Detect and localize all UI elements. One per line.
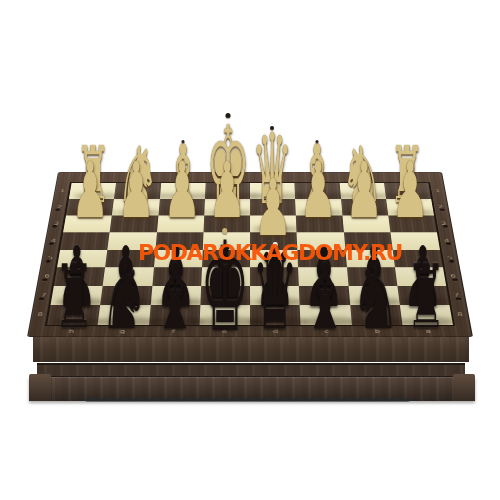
hinge-hole: [443, 225, 448, 227]
plinth-end-cap-right: [453, 374, 475, 401]
piece-glyph: ♜: [406, 254, 445, 342]
hinge-hole: [55, 209, 60, 211]
piece-glyph: ♟: [117, 153, 155, 230]
piece-glyph: ♟: [163, 153, 201, 230]
king-finial: [225, 113, 230, 118]
hinge-hole: [446, 243, 451, 245]
piece-glyph: ♝: [153, 252, 196, 343]
case-middle-slab: [37, 363, 465, 378]
hinge-hole: [39, 298, 44, 301]
piece-glyph: ♟: [71, 153, 109, 230]
plinth-end-cap-left: [29, 374, 51, 401]
hinge-hole: [449, 260, 454, 263]
piece-glyph: ♞: [100, 256, 149, 342]
bishop-finial: [316, 140, 319, 143]
case-bottom-shadow: [85, 398, 410, 402]
piece-glyph: ♟: [345, 153, 383, 230]
piece-glyph: ♟: [391, 153, 429, 230]
queen-finial: [270, 126, 274, 130]
rank-label-right-8: 8: [454, 312, 467, 317]
piece-glyph: ♞: [351, 256, 400, 342]
hinge-hole: [440, 209, 445, 211]
hinge-hole: [42, 279, 47, 282]
piece-glyph: ♜: [54, 254, 93, 342]
piece-glyph: ♟: [300, 153, 338, 230]
bishop-finial: [181, 140, 184, 143]
chess-set-photo: 1122334455667788hgfedcba ♜♞♝♚♛♝♞♜♟♟♟♟♟♟♟…: [0, 0, 500, 500]
hinge-hole: [453, 279, 458, 282]
rank-label-left-8: 8: [34, 312, 47, 317]
rank-label-left-1: 1: [57, 189, 68, 193]
watermark-text: PODAROKKAGDOMY.RU: [138, 240, 402, 265]
king-finial: [222, 228, 228, 234]
rank-label-right-1: 1: [432, 189, 443, 193]
hinge-hole: [52, 225, 57, 227]
hinge-hole: [456, 298, 461, 301]
hinge-hole: [49, 243, 54, 245]
piece-glyph: ♝: [304, 252, 347, 343]
hinge-hole: [46, 260, 51, 263]
